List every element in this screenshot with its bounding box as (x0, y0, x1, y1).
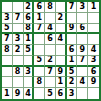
cell-r9c4[interactable] (34, 88, 45, 99)
cell-r8c5[interactable] (45, 77, 56, 88)
cell-r4c2[interactable]: 3 (13, 34, 24, 45)
cell-r8c7[interactable]: 2 (67, 77, 78, 88)
cell-r7c1[interactable] (2, 67, 13, 78)
cell-r9c6[interactable]: 6 (56, 88, 67, 99)
cell-r3c4[interactable]: 7 (34, 24, 45, 35)
cell-r1c1[interactable] (2, 2, 13, 13)
cell-r8c4[interactable]: 8 (34, 77, 45, 88)
cell-r1c3[interactable]: 2 (24, 2, 35, 13)
cell-r9c2[interactable]: 9 (13, 88, 24, 99)
cell-r1c2[interactable] (13, 2, 24, 13)
cell-r6c3[interactable] (24, 56, 35, 67)
cell-r2c2[interactable]: 7 (13, 13, 24, 24)
cell-r8c6[interactable]: 1 (56, 77, 67, 88)
cell-r1c8[interactable]: 3 (77, 2, 88, 13)
cell-r3c8[interactable]: 6 (77, 24, 88, 35)
cell-r9c5[interactable]: 5 (45, 88, 56, 99)
cell-r4c8[interactable] (77, 34, 88, 45)
cell-r1c4[interactable]: 6 (34, 2, 45, 13)
cell-r5c2[interactable]: 2 (13, 45, 24, 56)
cell-r3c3[interactable]: 8 (24, 24, 35, 35)
cell-r4c4[interactable] (34, 34, 45, 45)
cell-r9c7[interactable]: 3 (67, 88, 78, 99)
cell-r7c5[interactable]: 7 (45, 67, 56, 78)
cell-r3c9[interactable] (88, 24, 99, 35)
cell-r2c8[interactable] (77, 13, 88, 24)
cell-r7c2[interactable]: 8 (13, 67, 24, 78)
cell-r8c3[interactable] (24, 77, 35, 88)
cell-r5c9[interactable]: 4 (88, 45, 99, 56)
cell-r5c1[interactable]: 8 (2, 45, 13, 56)
cell-r8c8[interactable]: 4 (77, 77, 88, 88)
cell-r8c9[interactable]: 9 (88, 77, 99, 88)
cell-r5c8[interactable]: 9 (77, 45, 88, 56)
cell-r2c7[interactable] (67, 13, 78, 24)
cell-r7c8[interactable] (77, 67, 88, 78)
cell-r1c6[interactable] (56, 2, 67, 13)
cell-r7c9[interactable]: 6 (88, 67, 99, 78)
cell-r5c6[interactable] (56, 45, 67, 56)
cell-r2c4[interactable]: 1 (34, 13, 45, 24)
cell-r2c6[interactable]: 2 (56, 13, 67, 24)
cell-r4c6[interactable]: 4 (56, 34, 67, 45)
cell-r1c9[interactable]: 1 (88, 2, 99, 13)
cell-r4c5[interactable]: 6 (45, 34, 56, 45)
cell-r3c2[interactable] (13, 24, 24, 35)
cell-r3c6[interactable] (56, 24, 67, 35)
cell-r6c7[interactable]: 1 (67, 56, 78, 67)
cell-r2c5[interactable] (45, 13, 56, 24)
cell-r4c1[interactable]: 7 (2, 34, 13, 45)
cell-r6c5[interactable]: 2 (45, 56, 56, 67)
cell-r3c1[interactable]: 5 (2, 24, 13, 35)
cell-r7c4[interactable] (34, 67, 45, 78)
cell-r8c1[interactable] (2, 77, 13, 88)
cell-r6c9[interactable]: 3 (88, 56, 99, 67)
cell-r9c3[interactable]: 4 (24, 88, 35, 99)
cell-r9c8[interactable] (77, 88, 88, 99)
cell-r2c3[interactable]: 6 (24, 13, 35, 24)
cell-r7c3[interactable]: 3 (24, 67, 35, 78)
cell-r5c5[interactable] (45, 45, 56, 56)
cell-r6c8[interactable]: 7 (77, 56, 88, 67)
cell-r6c4[interactable]: 5 (34, 56, 45, 67)
cell-r2c1[interactable]: 3 (2, 13, 13, 24)
cell-r5c7[interactable]: 6 (67, 45, 78, 56)
cell-r6c1[interactable] (2, 56, 13, 67)
cell-r1c5[interactable]: 8 (45, 2, 56, 13)
cell-r3c7[interactable]: 9 (67, 24, 78, 35)
cell-r7c6[interactable]: 9 (56, 67, 67, 78)
cell-r6c2[interactable] (13, 56, 24, 67)
cell-r5c3[interactable]: 5 (24, 45, 35, 56)
cell-r3c5[interactable]: 4 (45, 24, 56, 35)
cell-r4c9[interactable] (88, 34, 99, 45)
cell-r9c9[interactable] (88, 88, 99, 99)
cell-r1c7[interactable]: 7 (67, 2, 78, 13)
cell-r6c6[interactable] (56, 56, 67, 67)
cell-r2c9[interactable] (88, 13, 99, 24)
cell-r5c4[interactable] (34, 45, 45, 56)
cell-r4c7[interactable] (67, 34, 78, 45)
cell-r4c3[interactable]: 1 (24, 34, 35, 45)
sudoku-board: 2687313761258749673164825694521738379568… (0, 0, 101, 101)
cell-r9c1[interactable]: 1 (2, 88, 13, 99)
cell-r8c2[interactable] (13, 77, 24, 88)
cell-r7c7[interactable]: 5 (67, 67, 78, 78)
